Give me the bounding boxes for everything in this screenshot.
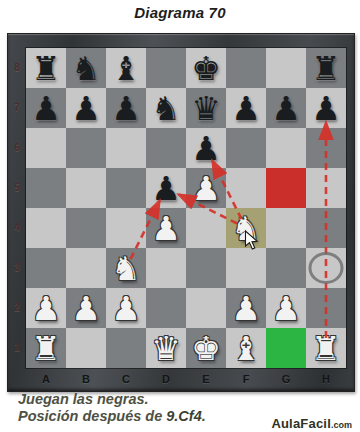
white-knight-c3: ♞ xyxy=(106,248,146,288)
square-g5[interactable] xyxy=(266,168,306,208)
square-a7[interactable]: ♟ xyxy=(26,88,66,128)
white-rook-a1: ♜ xyxy=(26,328,66,368)
square-g4[interactable] xyxy=(266,208,306,248)
square-h5[interactable] xyxy=(306,168,346,208)
chess-board: ♜♞♝♚♜♟♟♟♞♛♟♟♟♟♟♟♟♞♞♟♟♟♟♟♜♛♚♝♜ xyxy=(26,48,346,368)
square-f7[interactable]: ♟ xyxy=(226,88,266,128)
black-rook-h8: ♜ xyxy=(306,48,346,88)
white-pawn-e5: ♟ xyxy=(186,168,226,208)
square-a5[interactable] xyxy=(26,168,66,208)
square-c3[interactable]: ♞ xyxy=(106,248,146,288)
brand-name: AulaFacil xyxy=(271,416,331,431)
square-b4[interactable] xyxy=(66,208,106,248)
rank-labels: 87654321 xyxy=(8,48,26,368)
rank-label-5: 5 xyxy=(8,168,26,208)
square-e4[interactable] xyxy=(186,208,226,248)
mouse-cursor-icon xyxy=(244,230,259,250)
square-e5[interactable]: ♟ xyxy=(186,168,226,208)
square-b5[interactable] xyxy=(66,168,106,208)
square-e1[interactable]: ♚ xyxy=(186,328,226,368)
square-e3[interactable] xyxy=(186,248,226,288)
square-f1[interactable]: ♝ xyxy=(226,328,266,368)
black-pawn-h7: ♟ xyxy=(306,88,346,128)
square-b8[interactable]: ♞ xyxy=(66,48,106,88)
square-c7[interactable]: ♟ xyxy=(106,88,146,128)
square-d7[interactable]: ♞ xyxy=(146,88,186,128)
file-labels: ABCDEFGH xyxy=(26,368,346,393)
rank-label-7: 7 xyxy=(8,88,26,128)
black-pawn-b7: ♟ xyxy=(66,88,106,128)
file-label-h: H xyxy=(306,368,346,393)
square-d8[interactable] xyxy=(146,48,186,88)
square-a6[interactable] xyxy=(26,128,66,168)
square-c1[interactable] xyxy=(106,328,146,368)
black-pawn-e6: ♟ xyxy=(186,128,226,168)
black-king-e8: ♚ xyxy=(186,48,226,88)
square-e2[interactable] xyxy=(186,288,226,328)
caption: Juegan las negras. Posición después de 9… xyxy=(18,391,206,424)
white-pawn-b2: ♟ xyxy=(66,288,106,328)
square-g7[interactable]: ♟ xyxy=(266,88,306,128)
square-d4[interactable]: ♟ xyxy=(146,208,186,248)
square-e6[interactable]: ♟ xyxy=(186,128,226,168)
square-c5[interactable] xyxy=(106,168,146,208)
square-b1[interactable] xyxy=(66,328,106,368)
rank-label-1: 1 xyxy=(8,328,26,368)
black-knight-d7: ♞ xyxy=(146,88,186,128)
square-f8[interactable] xyxy=(226,48,266,88)
square-d6[interactable] xyxy=(146,128,186,168)
white-king-e1: ♚ xyxy=(186,328,226,368)
square-a8[interactable]: ♜ xyxy=(26,48,66,88)
white-pawn-d4: ♟ xyxy=(146,208,186,248)
white-pawn-c2: ♟ xyxy=(106,288,146,328)
black-rook-a8: ♜ xyxy=(26,48,66,88)
square-c6[interactable] xyxy=(106,128,146,168)
square-e7[interactable]: ♛ xyxy=(186,88,226,128)
white-bishop-f1: ♝ xyxy=(226,328,266,368)
black-bishop-c8: ♝ xyxy=(106,48,146,88)
square-g2[interactable]: ♟ xyxy=(266,288,306,328)
black-pawn-d5: ♟ xyxy=(146,168,186,208)
rank-label-4: 4 xyxy=(8,208,26,248)
caption-line1: Juegan las negras. xyxy=(18,391,206,408)
square-f3[interactable] xyxy=(226,248,266,288)
square-h4[interactable] xyxy=(306,208,346,248)
black-pawn-a7: ♟ xyxy=(26,88,66,128)
square-a2[interactable]: ♟ xyxy=(26,288,66,328)
rank-label-6: 6 xyxy=(8,128,26,168)
white-pawn-f2: ♟ xyxy=(226,288,266,328)
move-notation: 9.Cf4 xyxy=(166,408,201,424)
file-label-e: E xyxy=(186,368,226,393)
square-a1[interactable]: ♜ xyxy=(26,328,66,368)
square-c2[interactable]: ♟ xyxy=(106,288,146,328)
square-f5[interactable] xyxy=(226,168,266,208)
square-b3[interactable] xyxy=(66,248,106,288)
square-g6[interactable] xyxy=(266,128,306,168)
square-b6[interactable] xyxy=(66,128,106,168)
black-pawn-f7: ♟ xyxy=(226,88,266,128)
square-h2[interactable] xyxy=(306,288,346,328)
file-label-a: A xyxy=(26,368,66,393)
square-g8[interactable] xyxy=(266,48,306,88)
diagram-title: Diagrama 70 xyxy=(0,4,360,21)
file-label-f: F xyxy=(226,368,266,393)
square-c8[interactable]: ♝ xyxy=(106,48,146,88)
white-pawn-a2: ♟ xyxy=(26,288,66,328)
square-f6[interactable] xyxy=(226,128,266,168)
square-b7[interactable]: ♟ xyxy=(66,88,106,128)
square-e8[interactable]: ♚ xyxy=(186,48,226,88)
rank-label-2: 2 xyxy=(8,288,26,328)
board-inner: ♜♞♝♚♜♟♟♟♞♛♟♟♟♟♟♟♟♞♞♟♟♟♟♟♜♛♚♝♜ xyxy=(26,48,346,368)
square-c4[interactable] xyxy=(106,208,146,248)
white-queen-d1: ♛ xyxy=(146,328,186,368)
square-d3[interactable] xyxy=(146,248,186,288)
caption-line2: Posición después de 9.Cf4. xyxy=(18,408,206,425)
rank-label-8: 8 xyxy=(8,48,26,88)
square-d1[interactable]: ♛ xyxy=(146,328,186,368)
file-label-g: G xyxy=(266,368,306,393)
square-d5[interactable]: ♟ xyxy=(146,168,186,208)
rank-label-3: 3 xyxy=(8,248,26,288)
square-h6[interactable] xyxy=(306,128,346,168)
square-b2[interactable]: ♟ xyxy=(66,288,106,328)
square-g3[interactable] xyxy=(266,248,306,288)
square-h8[interactable]: ♜ xyxy=(306,48,346,88)
black-pawn-c7: ♟ xyxy=(106,88,146,128)
square-g1[interactable] xyxy=(266,328,306,368)
white-pawn-g2: ♟ xyxy=(266,288,306,328)
file-label-c: C xyxy=(106,368,146,393)
square-h7[interactable]: ♟ xyxy=(306,88,346,128)
square-d2[interactable] xyxy=(146,288,186,328)
square-a3[interactable] xyxy=(26,248,66,288)
square-h1[interactable]: ♜ xyxy=(306,328,346,368)
square-f2[interactable]: ♟ xyxy=(226,288,266,328)
brand-tld: .com xyxy=(331,420,352,430)
square-a4[interactable] xyxy=(26,208,66,248)
black-pawn-g7: ♟ xyxy=(266,88,306,128)
square-h3[interactable] xyxy=(306,248,346,288)
white-rook-h1: ♜ xyxy=(306,328,346,368)
file-label-d: D xyxy=(146,368,186,393)
watermark: AulaFacil.com xyxy=(271,414,352,432)
black-knight-b8: ♞ xyxy=(66,48,106,88)
page: Diagrama 70 87654321 ♜♞♝♚♜♟♟♟♞♛♟♟♟♟♟♟♟♞♞… xyxy=(0,0,360,432)
board-frame: 87654321 ♜♞♝♚♜♟♟♟♞♛♟♟♟♟♟♟♟♞♞♟♟♟♟♟♜♛♚♝♜ A… xyxy=(7,33,355,392)
file-label-b: B xyxy=(66,368,106,393)
black-queen-e7: ♛ xyxy=(186,88,226,128)
